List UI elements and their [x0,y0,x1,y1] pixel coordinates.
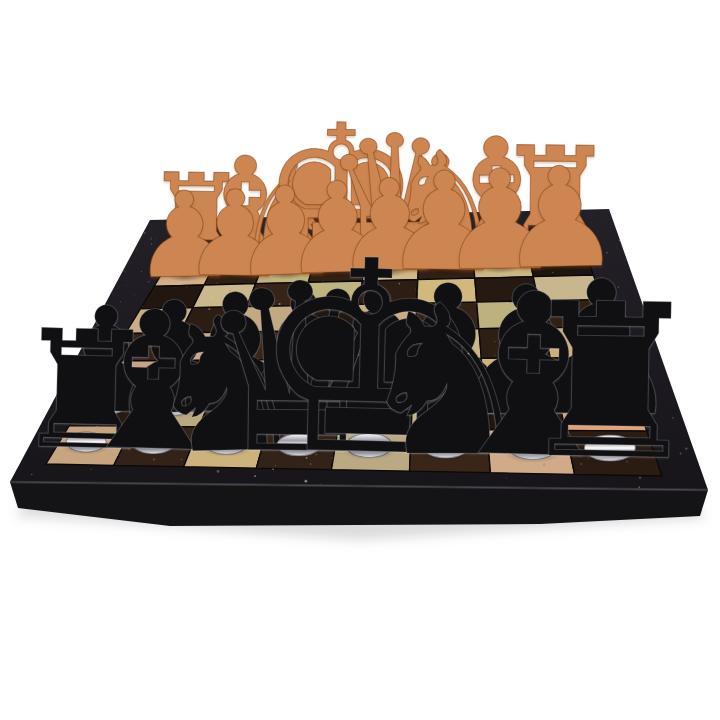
square-d1 [366,239,420,260]
square-e2 [308,260,366,283]
square-e3 [302,281,363,306]
square-f2 [256,261,315,283]
square-b2 [473,255,533,278]
square-d7 [338,392,413,429]
square-d5 [350,330,416,360]
square-a6 [550,357,633,392]
square-f8 [184,427,268,468]
square-d6 [344,359,414,392]
square-f3 [247,282,309,306]
square-b5 [479,328,550,359]
square-c1 [419,237,473,258]
square-c7 [411,392,487,430]
square-f1 [264,242,320,263]
square-b7 [484,392,565,431]
square-e4 [295,304,359,331]
square-e6 [278,359,350,391]
square-a7 [557,392,646,431]
square-c2 [418,257,475,280]
square-e8 [256,427,338,469]
square-b8 [487,430,575,475]
square-b1 [472,235,529,257]
chess-board [0,0,720,720]
square-a8 [565,430,662,476]
square-a3 [533,275,602,301]
square-b3 [475,277,539,302]
square-d3 [359,280,418,305]
chessboard-photo: ♜♝♞♚♛♞♝♜♟♟♟♟♟♟♟♟♟♟♟♟♟♟♟♟♜♝♞♛♚♞♝♜ [0,0,720,720]
square-f4 [237,306,302,332]
square-c5 [414,329,481,359]
square-c4 [416,302,479,330]
square-b4 [477,301,544,329]
square-c3 [417,278,477,303]
square-d8 [332,428,412,471]
square-g1 [215,244,272,265]
square-d2 [362,258,418,281]
square-c8 [410,429,491,473]
square-a2 [529,253,594,277]
square-a1 [525,233,586,255]
square-e1 [314,240,369,261]
square-d4 [354,303,417,330]
square-b6 [481,358,557,392]
square-g2 [204,263,264,285]
square-a5 [544,327,622,358]
square-e5 [287,330,355,359]
square-c6 [413,358,484,391]
square-f5 [226,331,295,360]
square-f7 [199,392,277,428]
square-e7 [268,392,345,429]
